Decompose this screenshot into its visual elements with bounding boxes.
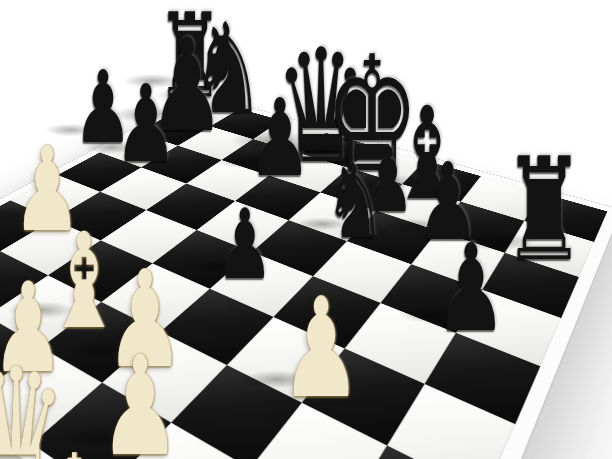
white-king-e1[interactable]: ♚ bbox=[36, 438, 112, 459]
white-pawn-g4[interactable]: ♟ bbox=[280, 280, 362, 418]
chessboard-scene: ♜♞♟♟♛♟♚♟♝♟♟♞♟♜♟♝♟♟♟♟♟♛♚ bbox=[0, 0, 612, 459]
black-pawn-d7[interactable]: ♟ bbox=[248, 85, 311, 192]
black-pawn-e5[interactable]: ♟ bbox=[216, 196, 273, 293]
black-pawn-b6[interactable]: ♟ bbox=[114, 71, 177, 178]
black-knight-f6[interactable]: ♞ bbox=[325, 150, 386, 253]
black-pawn-h6[interactable]: ♟ bbox=[435, 228, 507, 349]
black-rook-h8[interactable]: ♜ bbox=[502, 139, 586, 281]
